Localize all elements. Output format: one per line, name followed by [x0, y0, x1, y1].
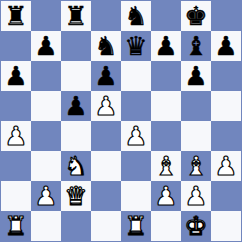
piece-black-knight[interactable]: ♞ [94, 31, 117, 61]
square-a8[interactable]: ♜ [1, 1, 31, 31]
square-g1[interactable]: ♚ [181, 211, 211, 241]
piece-white-bishop[interactable]: ♝ [154, 151, 177, 181]
square-d6[interactable]: ♟ [91, 61, 121, 91]
square-h6[interactable] [211, 61, 241, 91]
piece-white-rook[interactable]: ♜ [4, 211, 27, 241]
square-d8[interactable] [91, 1, 121, 31]
square-g4[interactable] [181, 121, 211, 151]
square-d3[interactable] [91, 151, 121, 181]
square-c5[interactable]: ♟ [61, 91, 91, 121]
square-b3[interactable] [31, 151, 61, 181]
square-c6[interactable] [61, 61, 91, 91]
square-e7[interactable]: ♛ [121, 31, 151, 61]
square-d4[interactable] [91, 121, 121, 151]
square-c1[interactable] [61, 211, 91, 241]
square-f4[interactable] [151, 121, 181, 151]
square-e5[interactable] [121, 91, 151, 121]
piece-white-queen[interactable]: ♛ [64, 181, 87, 211]
square-h4[interactable] [211, 121, 241, 151]
square-b7[interactable]: ♟ [31, 31, 61, 61]
piece-white-pawn[interactable]: ♟ [124, 121, 147, 151]
piece-white-pawn[interactable]: ♟ [34, 181, 57, 211]
square-h2[interactable] [211, 181, 241, 211]
square-a2[interactable] [1, 181, 31, 211]
square-c3[interactable]: ♞ [61, 151, 91, 181]
square-a7[interactable] [1, 31, 31, 61]
square-h3[interactable]: ♟ [211, 151, 241, 181]
piece-white-king[interactable]: ♚ [184, 211, 207, 241]
piece-black-knight[interactable]: ♞ [124, 1, 147, 31]
piece-white-pawn[interactable]: ♟ [184, 181, 207, 211]
square-f2[interactable]: ♟ [151, 181, 181, 211]
piece-white-pawn[interactable]: ♟ [214, 151, 237, 181]
chess-board-grid: ♜♜♞♚♟♞♛♟♝♟♟♟♟♟♟♟♟♞♝♝♟♟♛♟♟♜♜♚ [1, 1, 241, 241]
square-d2[interactable] [91, 181, 121, 211]
square-f5[interactable] [151, 91, 181, 121]
square-e6[interactable] [121, 61, 151, 91]
square-g6[interactable]: ♟ [181, 61, 211, 91]
square-b6[interactable] [31, 61, 61, 91]
square-d1[interactable] [91, 211, 121, 241]
square-g8[interactable]: ♚ [181, 1, 211, 31]
piece-black-pawn[interactable]: ♟ [94, 61, 117, 91]
square-c8[interactable]: ♜ [61, 1, 91, 31]
square-a1[interactable]: ♜ [1, 211, 31, 241]
piece-black-bishop[interactable]: ♝ [184, 31, 207, 61]
piece-black-rook[interactable]: ♜ [4, 1, 27, 31]
square-f8[interactable] [151, 1, 181, 31]
piece-white-bishop[interactable]: ♝ [184, 151, 207, 181]
square-b5[interactable] [31, 91, 61, 121]
square-b1[interactable] [31, 211, 61, 241]
square-a6[interactable]: ♟ [1, 61, 31, 91]
piece-black-pawn[interactable]: ♟ [4, 61, 27, 91]
square-e1[interactable]: ♜ [121, 211, 151, 241]
chess-board: ♜♜♞♚♟♞♛♟♝♟♟♟♟♟♟♟♟♞♝♝♟♟♛♟♟♜♜♚ [0, 0, 242, 242]
square-g3[interactable]: ♝ [181, 151, 211, 181]
square-e2[interactable] [121, 181, 151, 211]
piece-white-pawn[interactable]: ♟ [94, 91, 117, 121]
square-b4[interactable] [31, 121, 61, 151]
square-f3[interactable]: ♝ [151, 151, 181, 181]
square-f1[interactable] [151, 211, 181, 241]
square-g7[interactable]: ♝ [181, 31, 211, 61]
piece-black-pawn[interactable]: ♟ [154, 31, 177, 61]
square-f7[interactable]: ♟ [151, 31, 181, 61]
square-b2[interactable]: ♟ [31, 181, 61, 211]
piece-black-pawn[interactable]: ♟ [64, 91, 87, 121]
square-h8[interactable] [211, 1, 241, 31]
square-e4[interactable]: ♟ [121, 121, 151, 151]
piece-white-pawn[interactable]: ♟ [4, 121, 27, 151]
piece-black-pawn[interactable]: ♟ [214, 31, 237, 61]
piece-black-king[interactable]: ♚ [184, 1, 207, 31]
square-f6[interactable] [151, 61, 181, 91]
square-e8[interactable]: ♞ [121, 1, 151, 31]
square-e3[interactable] [121, 151, 151, 181]
square-c7[interactable] [61, 31, 91, 61]
piece-black-pawn[interactable]: ♟ [34, 31, 57, 61]
piece-white-knight[interactable]: ♞ [64, 151, 87, 181]
square-d5[interactable]: ♟ [91, 91, 121, 121]
square-b8[interactable] [31, 1, 61, 31]
square-c2[interactable]: ♛ [61, 181, 91, 211]
square-h1[interactable] [211, 211, 241, 241]
piece-black-rook[interactable]: ♜ [64, 1, 87, 31]
square-h7[interactable]: ♟ [211, 31, 241, 61]
square-a5[interactable] [1, 91, 31, 121]
square-a3[interactable] [1, 151, 31, 181]
square-g5[interactable] [181, 91, 211, 121]
square-g2[interactable]: ♟ [181, 181, 211, 211]
square-c4[interactable] [61, 121, 91, 151]
piece-white-rook[interactable]: ♜ [124, 211, 147, 241]
square-a4[interactable]: ♟ [1, 121, 31, 151]
piece-white-pawn[interactable]: ♟ [154, 181, 177, 211]
piece-black-queen[interactable]: ♛ [124, 31, 147, 61]
square-d7[interactable]: ♞ [91, 31, 121, 61]
square-h5[interactable] [211, 91, 241, 121]
piece-black-pawn[interactable]: ♟ [184, 61, 207, 91]
